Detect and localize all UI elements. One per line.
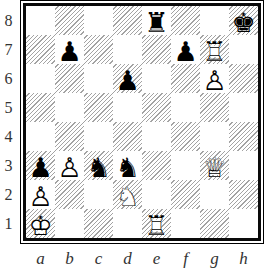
square-b1: [55, 209, 84, 238]
square-b5: [55, 93, 84, 122]
square-d6: ♟: [113, 64, 142, 93]
square-f2: [171, 180, 200, 209]
square-a1: ♚♔: [26, 209, 55, 238]
rank-label-2: 2: [0, 180, 17, 209]
file-label-a: a: [26, 249, 55, 269]
square-e2: [142, 180, 171, 209]
square-h8: ♚: [229, 6, 258, 35]
square-h2: [229, 180, 258, 209]
square-f3: [171, 151, 200, 180]
file-label-h: h: [229, 249, 258, 269]
piece-white-rook: ♖: [142, 211, 171, 240]
piece-white-rook: ♖: [200, 37, 229, 66]
square-e8: ♜: [142, 6, 171, 35]
square-g3: ♛♕: [200, 151, 229, 180]
square-c5: [84, 93, 113, 122]
rank-label-1: 1: [0, 209, 17, 238]
rank-label-3: 3: [0, 151, 17, 180]
file-label-e: e: [142, 249, 171, 269]
square-f1: [171, 209, 200, 238]
square-g1: [200, 209, 229, 238]
rank-label-6: 6: [0, 64, 17, 93]
square-a7: [26, 35, 55, 64]
piece-white-pawn: ♙: [55, 153, 84, 182]
square-c1: [84, 209, 113, 238]
square-b6: [55, 64, 84, 93]
square-e5: [142, 93, 171, 122]
piece-backdrop: ♟: [26, 182, 55, 211]
square-d8: [113, 6, 142, 35]
square-g8: [200, 6, 229, 35]
square-f7: ♟: [171, 35, 200, 64]
square-g5: [200, 93, 229, 122]
piece-black-king: ♚: [229, 8, 258, 37]
square-f6: [171, 64, 200, 93]
square-a4: [26, 122, 55, 151]
chess-board-frame: ♜♚♟♟♜♖♟♟♙♟♟♙♞♞♛♕♟♙♞♘♚♔♜♖: [20, 0, 264, 244]
square-c6: [84, 64, 113, 93]
rank-label-4: 4: [0, 122, 17, 151]
square-b3: ♟♙: [55, 151, 84, 180]
square-c2: [84, 180, 113, 209]
piece-backdrop: ♟: [200, 66, 229, 95]
square-h3: [229, 151, 258, 180]
square-h7: [229, 35, 258, 64]
piece-backdrop: ♜: [142, 211, 171, 240]
piece-white-king: ♔: [26, 211, 55, 240]
file-label-g: g: [200, 249, 229, 269]
square-a5: [26, 93, 55, 122]
square-f4: [171, 122, 200, 151]
square-f8: [171, 6, 200, 35]
square-e3: [142, 151, 171, 180]
piece-backdrop: ♛: [200, 153, 229, 182]
square-a6: [26, 64, 55, 93]
square-c3: ♞: [84, 151, 113, 180]
piece-backdrop: ♟: [55, 153, 84, 182]
square-c7: [84, 35, 113, 64]
square-e4: [142, 122, 171, 151]
piece-black-rook: ♜: [142, 8, 171, 37]
square-c4: [84, 122, 113, 151]
piece-white-queen: ♕: [200, 153, 229, 182]
rank-labels: 87654321: [0, 6, 17, 238]
piece-black-pawn: ♟: [171, 37, 200, 66]
square-g6: ♟♙: [200, 64, 229, 93]
piece-backdrop: ♞: [113, 182, 142, 211]
square-b4: [55, 122, 84, 151]
square-d3: ♞: [113, 151, 142, 180]
square-d2: ♞♘: [113, 180, 142, 209]
square-h1: [229, 209, 258, 238]
file-label-f: f: [171, 249, 200, 269]
square-d7: [113, 35, 142, 64]
square-e6: [142, 64, 171, 93]
file-labels: abcdefgh: [26, 249, 258, 269]
square-f5: [171, 93, 200, 122]
piece-backdrop: ♜: [200, 37, 229, 66]
square-b7: ♟: [55, 35, 84, 64]
rank-label-8: 8: [0, 6, 17, 35]
piece-black-pawn: ♟: [55, 37, 84, 66]
square-g7: ♜♖: [200, 35, 229, 64]
piece-white-knight: ♘: [113, 182, 142, 211]
square-c8: [84, 6, 113, 35]
file-label-b: b: [55, 249, 84, 269]
square-b2: [55, 180, 84, 209]
square-g4: [200, 122, 229, 151]
piece-backdrop: ♚: [26, 211, 55, 240]
piece-black-pawn: ♟: [113, 66, 142, 95]
square-a3: ♟: [26, 151, 55, 180]
square-a2: ♟♙: [26, 180, 55, 209]
square-e1: ♜♖: [142, 209, 171, 238]
piece-black-knight: ♞: [113, 153, 142, 182]
square-d4: [113, 122, 142, 151]
file-label-d: d: [113, 249, 142, 269]
file-label-c: c: [84, 249, 113, 269]
rank-label-5: 5: [0, 93, 17, 122]
square-h6: [229, 64, 258, 93]
piece-white-pawn: ♙: [26, 182, 55, 211]
square-h5: [229, 93, 258, 122]
piece-black-pawn: ♟: [26, 153, 55, 182]
square-a8: [26, 6, 55, 35]
rank-label-7: 7: [0, 35, 17, 64]
piece-black-knight: ♞: [84, 153, 113, 182]
square-d5: [113, 93, 142, 122]
square-h4: [229, 122, 258, 151]
chess-board-inner-border: ♜♚♟♟♜♖♟♟♙♟♟♙♞♞♛♕♟♙♞♘♚♔♜♖: [23, 3, 261, 241]
chess-board: ♜♚♟♟♜♖♟♟♙♟♟♙♞♞♛♕♟♙♞♘♚♔♜♖: [26, 6, 258, 238]
square-d1: [113, 209, 142, 238]
square-e7: [142, 35, 171, 64]
square-g2: [200, 180, 229, 209]
piece-white-pawn: ♙: [200, 66, 229, 95]
square-b8: [55, 6, 84, 35]
